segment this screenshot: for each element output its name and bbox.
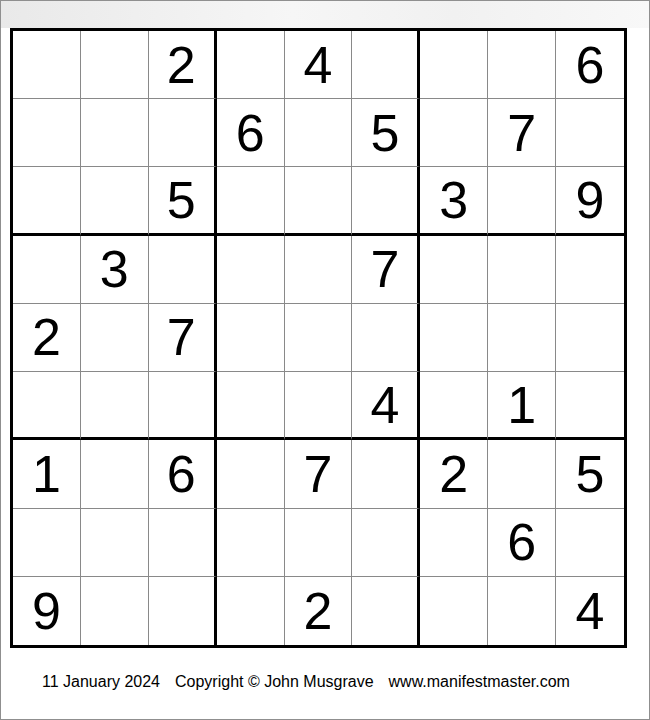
cell-r2c2[interactable] xyxy=(81,99,149,167)
cell-r8c5[interactable] xyxy=(285,509,353,577)
cell-r9c8[interactable] xyxy=(488,577,556,645)
cell-r5c5[interactable] xyxy=(285,304,353,372)
cell-r5c2[interactable] xyxy=(81,304,149,372)
cell-r1c4[interactable] xyxy=(217,31,285,99)
cell-r9c6[interactable] xyxy=(352,577,420,645)
cell-r4c2[interactable]: 3 xyxy=(81,236,149,304)
cell-r4c5[interactable] xyxy=(285,236,353,304)
cell-r2c6[interactable]: 5 xyxy=(352,99,420,167)
cell-r7c6[interactable] xyxy=(352,440,420,508)
cell-r2c9[interactable] xyxy=(556,99,624,167)
cell-r7c1[interactable]: 1 xyxy=(13,440,81,508)
cell-r8c1[interactable] xyxy=(13,509,81,577)
cell-r6c8[interactable]: 1 xyxy=(488,372,556,440)
cell-r1c9[interactable]: 6 xyxy=(556,31,624,99)
cell-r3c9[interactable]: 9 xyxy=(556,167,624,235)
cell-r7c3[interactable]: 6 xyxy=(149,440,217,508)
cell-r2c8[interactable]: 7 xyxy=(488,99,556,167)
cell-r9c9[interactable]: 4 xyxy=(556,577,624,645)
cell-r8c7[interactable] xyxy=(420,509,488,577)
cell-r1c8[interactable] xyxy=(488,31,556,99)
cell-r9c2[interactable] xyxy=(81,577,149,645)
footer-date: 11 January 2024 xyxy=(42,673,160,691)
footer-website: www.manifestmaster.com xyxy=(389,673,570,691)
cell-r7c9[interactable]: 5 xyxy=(556,440,624,508)
cell-r5c9[interactable] xyxy=(556,304,624,372)
cell-r5c6[interactable] xyxy=(352,304,420,372)
cell-r3c3[interactable]: 5 xyxy=(149,167,217,235)
cell-r1c6[interactable] xyxy=(352,31,420,99)
cell-r4c7[interactable] xyxy=(420,236,488,304)
cell-r5c4[interactable] xyxy=(217,304,285,372)
cell-r8c4[interactable] xyxy=(217,509,285,577)
cell-r5c8[interactable] xyxy=(488,304,556,372)
cell-r2c5[interactable] xyxy=(285,99,353,167)
cell-r8c9[interactable] xyxy=(556,509,624,577)
cell-r3c1[interactable] xyxy=(13,167,81,235)
cell-r5c3[interactable]: 7 xyxy=(149,304,217,372)
cell-r6c4[interactable] xyxy=(217,372,285,440)
cell-r4c8[interactable] xyxy=(488,236,556,304)
cell-r9c4[interactable] xyxy=(217,577,285,645)
cell-r5c1[interactable]: 2 xyxy=(13,304,81,372)
cell-r6c9[interactable] xyxy=(556,372,624,440)
cell-r6c5[interactable] xyxy=(285,372,353,440)
cell-r1c3[interactable]: 2 xyxy=(149,31,217,99)
cell-r6c3[interactable] xyxy=(149,372,217,440)
cell-r6c2[interactable] xyxy=(81,372,149,440)
cell-r9c7[interactable] xyxy=(420,577,488,645)
cell-r6c7[interactable] xyxy=(420,372,488,440)
sudoku-grid: 246657539372741167256924 xyxy=(10,28,627,648)
cell-r9c5[interactable]: 2 xyxy=(285,577,353,645)
footer-copyright: Copyright © John Musgrave xyxy=(175,673,374,691)
cell-r2c7[interactable] xyxy=(420,99,488,167)
cell-r3c7[interactable]: 3 xyxy=(420,167,488,235)
cell-r7c8[interactable] xyxy=(488,440,556,508)
cell-r3c5[interactable] xyxy=(285,167,353,235)
cell-r4c6[interactable]: 7 xyxy=(352,236,420,304)
cell-r1c1[interactable] xyxy=(13,31,81,99)
cell-r7c7[interactable]: 2 xyxy=(420,440,488,508)
cell-r1c7[interactable] xyxy=(420,31,488,99)
cell-r8c2[interactable] xyxy=(81,509,149,577)
cell-r1c5[interactable]: 4 xyxy=(285,31,353,99)
cell-r7c5[interactable]: 7 xyxy=(285,440,353,508)
cell-r2c1[interactable] xyxy=(13,99,81,167)
cell-r6c1[interactable] xyxy=(13,372,81,440)
cell-r7c4[interactable] xyxy=(217,440,285,508)
cell-r1c2[interactable] xyxy=(81,31,149,99)
cell-r2c3[interactable] xyxy=(149,99,217,167)
cell-r3c4[interactable] xyxy=(217,167,285,235)
cell-r6c6[interactable]: 4 xyxy=(352,372,420,440)
cell-r8c6[interactable] xyxy=(352,509,420,577)
footer: 11 January 2024 Copyright © John Musgrav… xyxy=(42,673,570,691)
cell-r9c3[interactable] xyxy=(149,577,217,645)
cell-r8c3[interactable] xyxy=(149,509,217,577)
top-band xyxy=(1,1,649,28)
cell-r9c1[interactable]: 9 xyxy=(13,577,81,645)
cell-r8c8[interactable]: 6 xyxy=(488,509,556,577)
cell-r4c3[interactable] xyxy=(149,236,217,304)
cell-r5c7[interactable] xyxy=(420,304,488,372)
cell-r4c9[interactable] xyxy=(556,236,624,304)
cell-r2c4[interactable]: 6 xyxy=(217,99,285,167)
cell-r4c4[interactable] xyxy=(217,236,285,304)
cell-r4c1[interactable] xyxy=(13,236,81,304)
cell-r3c2[interactable] xyxy=(81,167,149,235)
cell-r3c6[interactable] xyxy=(352,167,420,235)
cell-r7c2[interactable] xyxy=(81,440,149,508)
cell-r3c8[interactable] xyxy=(488,167,556,235)
